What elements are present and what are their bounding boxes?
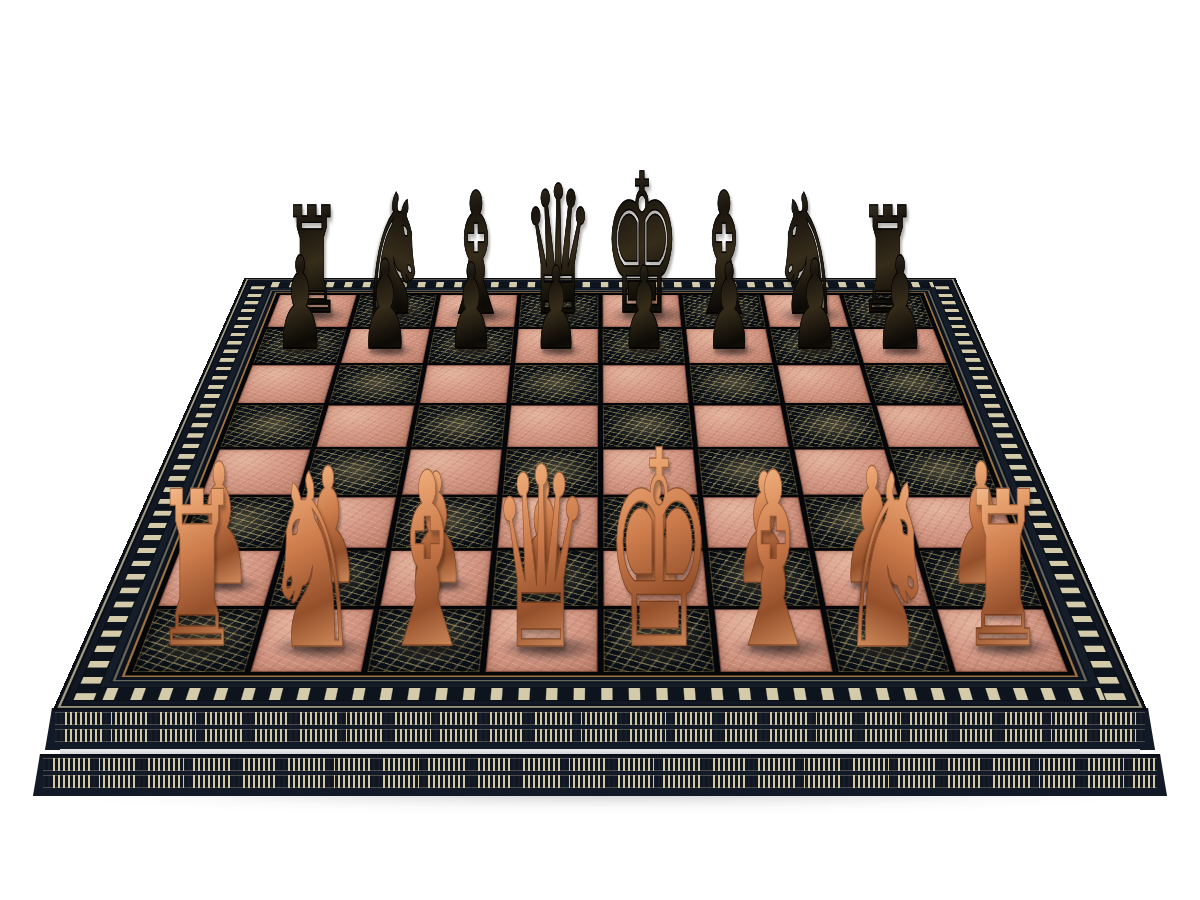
square-b1 xyxy=(250,610,374,672)
square-c2 xyxy=(380,551,491,607)
square-d2 xyxy=(492,551,598,607)
board-surface xyxy=(53,278,1148,710)
base-inlay-row xyxy=(43,775,1157,788)
square-d5 xyxy=(507,405,598,446)
square-h3 xyxy=(904,497,1019,547)
square-g5 xyxy=(785,405,884,446)
square-g3 xyxy=(804,497,914,547)
square-b8 xyxy=(351,295,437,327)
square-e4 xyxy=(603,449,698,495)
square-e1 xyxy=(603,610,715,672)
board-grid xyxy=(122,292,1079,677)
square-g2 xyxy=(814,551,931,607)
square-e8 xyxy=(602,295,681,327)
square-a8 xyxy=(267,295,356,327)
chess-set-photo: ♜♞♝♛♚♝♞♜♟♟♟♟♟♟♟♟♟♟♟♟♟♟♟♟♜♞♝♛♚♝♞♜ xyxy=(0,0,1200,900)
front-edge-inlay-row xyxy=(55,729,1145,742)
square-a6 xyxy=(238,365,336,403)
square-c8 xyxy=(435,295,518,327)
square-h5 xyxy=(877,405,980,446)
square-f5 xyxy=(694,405,789,446)
square-b5 xyxy=(316,405,415,446)
square-b3 xyxy=(286,497,396,547)
square-b4 xyxy=(302,449,406,495)
square-h7 xyxy=(854,329,947,364)
square-b7 xyxy=(340,329,430,364)
square-h6 xyxy=(865,365,963,403)
board-base xyxy=(33,754,1167,796)
square-e2 xyxy=(603,551,709,607)
square-c7 xyxy=(428,329,514,364)
square-f2 xyxy=(708,551,819,607)
square-a3 xyxy=(181,497,296,547)
square-d3 xyxy=(497,497,597,547)
square-b6 xyxy=(329,365,423,403)
base-inlay-row xyxy=(43,758,1157,771)
square-g8 xyxy=(763,295,849,327)
square-e7 xyxy=(602,329,685,364)
square-a1 xyxy=(132,610,262,672)
square-g4 xyxy=(794,449,898,495)
square-a2 xyxy=(158,551,280,607)
board-front-edge xyxy=(45,708,1155,750)
square-f7 xyxy=(686,329,772,364)
square-c5 xyxy=(411,405,506,446)
square-a4 xyxy=(202,449,311,495)
square-c6 xyxy=(420,365,510,403)
square-d8 xyxy=(519,295,598,327)
square-g1 xyxy=(826,610,950,672)
border-inlay-strip-back xyxy=(251,282,949,288)
square-f8 xyxy=(683,295,766,327)
square-h4 xyxy=(890,449,999,495)
square-e6 xyxy=(602,365,689,403)
square-f3 xyxy=(703,497,808,547)
square-d4 xyxy=(502,449,597,495)
square-h8 xyxy=(844,295,933,327)
square-d6 xyxy=(511,365,598,403)
square-a5 xyxy=(220,405,323,446)
square-e3 xyxy=(603,497,703,547)
square-f4 xyxy=(698,449,798,495)
square-c3 xyxy=(392,497,497,547)
square-d7 xyxy=(515,329,598,364)
square-f1 xyxy=(714,610,832,672)
square-g6 xyxy=(777,365,871,403)
square-e5 xyxy=(602,405,693,446)
square-b2 xyxy=(269,551,386,607)
square-h2 xyxy=(920,551,1042,607)
square-f6 xyxy=(690,365,780,403)
chess-board xyxy=(53,278,1148,710)
border-inlay-strip-front xyxy=(73,687,1127,701)
square-c1 xyxy=(368,610,486,672)
square-d1 xyxy=(485,610,597,672)
front-edge-inlay-row xyxy=(55,712,1145,725)
square-a7 xyxy=(253,329,346,364)
square-h1 xyxy=(938,610,1068,672)
square-g7 xyxy=(770,329,860,364)
square-c4 xyxy=(402,449,502,495)
